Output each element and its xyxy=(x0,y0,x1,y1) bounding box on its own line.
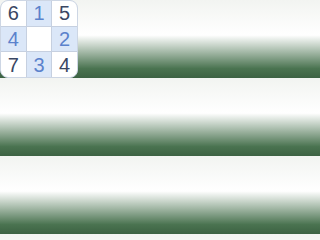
cell-r2c2[interactable]: 4 xyxy=(52,52,77,77)
cell-r2c0[interactable]: 7 xyxy=(1,52,26,77)
cell-r1c0[interactable]: 4 xyxy=(1,27,26,52)
cell-r0c1[interactable]: 1 xyxy=(27,1,52,26)
cell-r1c1[interactable] xyxy=(27,27,52,52)
cell-r2c1[interactable]: 3 xyxy=(27,52,52,77)
cell-r1c2[interactable]: 2 xyxy=(52,27,77,52)
sudoku-board[interactable]: 6 1 5 4 2 7 3 4 xyxy=(0,0,78,78)
cell-r0c0[interactable]: 6 xyxy=(1,1,26,26)
cell-r0c2[interactable]: 5 xyxy=(52,1,77,26)
